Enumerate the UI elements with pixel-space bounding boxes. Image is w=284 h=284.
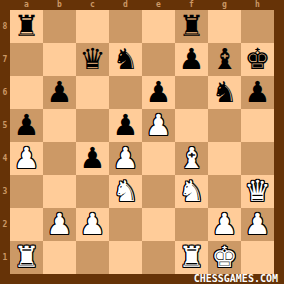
square-f6[interactable] <box>175 76 208 109</box>
file-label: c <box>76 0 109 10</box>
rank-label: 5 <box>0 109 10 142</box>
square-h6[interactable]: ♟ <box>241 76 274 109</box>
square-e2[interactable] <box>142 208 175 241</box>
square-f1[interactable]: ♜ <box>175 241 208 274</box>
square-g1[interactable]: ♚ <box>208 241 241 274</box>
black-pawn[interactable]: ♟ <box>80 144 106 173</box>
square-d2[interactable] <box>109 208 142 241</box>
black-king[interactable]: ♚ <box>245 45 271 74</box>
file-label: e <box>142 0 175 10</box>
rank-label: 6 <box>0 76 10 109</box>
square-h3[interactable]: ♛ <box>241 175 274 208</box>
square-h5[interactable] <box>241 109 274 142</box>
square-e7[interactable] <box>142 43 175 76</box>
square-g3[interactable] <box>208 175 241 208</box>
square-e3[interactable] <box>142 175 175 208</box>
file-label: h <box>241 0 274 10</box>
square-h2[interactable]: ♟ <box>241 208 274 241</box>
black-pawn[interactable]: ♟ <box>146 78 172 107</box>
square-a4[interactable]: ♟ <box>10 142 43 175</box>
square-c2[interactable]: ♟ <box>76 208 109 241</box>
file-label: g <box>208 0 241 10</box>
square-c4[interactable]: ♟ <box>76 142 109 175</box>
square-c7[interactable]: ♛ <box>76 43 109 76</box>
square-c1[interactable] <box>76 241 109 274</box>
white-pawn[interactable]: ♟ <box>80 210 106 239</box>
black-rook[interactable]: ♜ <box>14 12 40 41</box>
white-knight[interactable]: ♞ <box>113 177 139 206</box>
square-g8[interactable] <box>208 10 241 43</box>
white-pawn[interactable]: ♟ <box>212 210 238 239</box>
square-b3[interactable] <box>43 175 76 208</box>
square-f5[interactable] <box>175 109 208 142</box>
square-b1[interactable] <box>43 241 76 274</box>
black-knight[interactable]: ♞ <box>212 78 238 107</box>
square-d3[interactable]: ♞ <box>109 175 142 208</box>
black-pawn[interactable]: ♟ <box>47 78 73 107</box>
file-label: b <box>43 0 76 10</box>
square-b5[interactable] <box>43 109 76 142</box>
black-knight[interactable]: ♞ <box>113 45 139 74</box>
square-e4[interactable] <box>142 142 175 175</box>
white-rook[interactable]: ♜ <box>14 243 40 272</box>
rank-label: 3 <box>0 175 10 208</box>
square-a7[interactable] <box>10 43 43 76</box>
file-labels: a b c d e f g h <box>10 0 274 10</box>
square-a2[interactable] <box>10 208 43 241</box>
square-f2[interactable] <box>175 208 208 241</box>
square-g7[interactable]: ♝ <box>208 43 241 76</box>
white-knight[interactable]: ♞ <box>179 177 205 206</box>
black-bishop[interactable]: ♝ <box>212 45 238 74</box>
square-c5[interactable] <box>76 109 109 142</box>
square-d1[interactable] <box>109 241 142 274</box>
square-f8[interactable]: ♜ <box>175 10 208 43</box>
square-d7[interactable]: ♞ <box>109 43 142 76</box>
white-pawn[interactable]: ♟ <box>146 111 172 140</box>
black-rook[interactable]: ♜ <box>179 12 205 41</box>
square-h1[interactable] <box>241 241 274 274</box>
black-pawn[interactable]: ♟ <box>245 78 271 107</box>
square-d5[interactable]: ♟ <box>109 109 142 142</box>
rank-label: 7 <box>0 43 10 76</box>
white-bishop[interactable]: ♝ <box>179 144 205 173</box>
square-b4[interactable] <box>43 142 76 175</box>
square-c8[interactable] <box>76 10 109 43</box>
square-h8[interactable] <box>241 10 274 43</box>
square-a5[interactable]: ♟ <box>10 109 43 142</box>
chess-board-panel: a b c d e f g h 8 7 6 5 4 3 2 1 ♜♜♛♞♟♝♚♟… <box>0 0 284 284</box>
chess-board: ♜♜♛♞♟♝♚♟♟♞♟♟♟♟♟♟♟♝♞♞♛♟♟♟♟♜♜♚ <box>10 10 274 274</box>
white-pawn[interactable]: ♟ <box>47 210 73 239</box>
rank-label: 2 <box>0 208 10 241</box>
rank-label: 8 <box>0 10 10 43</box>
square-g5[interactable] <box>208 109 241 142</box>
square-e1[interactable] <box>142 241 175 274</box>
black-pawn[interactable]: ♟ <box>14 111 40 140</box>
square-b7[interactable] <box>43 43 76 76</box>
site-watermark: CHESSGAMES.COM <box>194 274 278 284</box>
square-d4[interactable]: ♟ <box>109 142 142 175</box>
square-c3[interactable] <box>76 175 109 208</box>
white-king[interactable]: ♚ <box>212 243 238 272</box>
square-g4[interactable] <box>208 142 241 175</box>
white-rook[interactable]: ♜ <box>179 243 205 272</box>
square-h7[interactable]: ♚ <box>241 43 274 76</box>
square-e6[interactable]: ♟ <box>142 76 175 109</box>
square-h4[interactable] <box>241 142 274 175</box>
square-f3[interactable]: ♞ <box>175 175 208 208</box>
square-f7[interactable]: ♟ <box>175 43 208 76</box>
square-a8[interactable]: ♜ <box>10 10 43 43</box>
square-a6[interactable] <box>10 76 43 109</box>
square-d6[interactable] <box>109 76 142 109</box>
white-pawn[interactable]: ♟ <box>245 210 271 239</box>
square-c6[interactable] <box>76 76 109 109</box>
square-b8[interactable] <box>43 10 76 43</box>
square-g6[interactable]: ♞ <box>208 76 241 109</box>
square-e5[interactable]: ♟ <box>142 109 175 142</box>
square-f4[interactable]: ♝ <box>175 142 208 175</box>
file-label: d <box>109 0 142 10</box>
square-a3[interactable] <box>10 175 43 208</box>
white-pawn[interactable]: ♟ <box>14 144 40 173</box>
square-d8[interactable] <box>109 10 142 43</box>
rank-label: 1 <box>0 241 10 274</box>
rank-label: 4 <box>0 142 10 175</box>
square-a1[interactable]: ♜ <box>10 241 43 274</box>
square-g2[interactable]: ♟ <box>208 208 241 241</box>
black-pawn[interactable]: ♟ <box>113 111 139 140</box>
square-e8[interactable] <box>142 10 175 43</box>
white-pawn[interactable]: ♟ <box>113 144 139 173</box>
square-b2[interactable]: ♟ <box>43 208 76 241</box>
white-queen[interactable]: ♛ <box>245 177 271 206</box>
rank-labels: 8 7 6 5 4 3 2 1 <box>0 10 10 274</box>
black-queen[interactable]: ♛ <box>80 45 106 74</box>
square-b6[interactable]: ♟ <box>43 76 76 109</box>
black-pawn[interactable]: ♟ <box>179 45 205 74</box>
